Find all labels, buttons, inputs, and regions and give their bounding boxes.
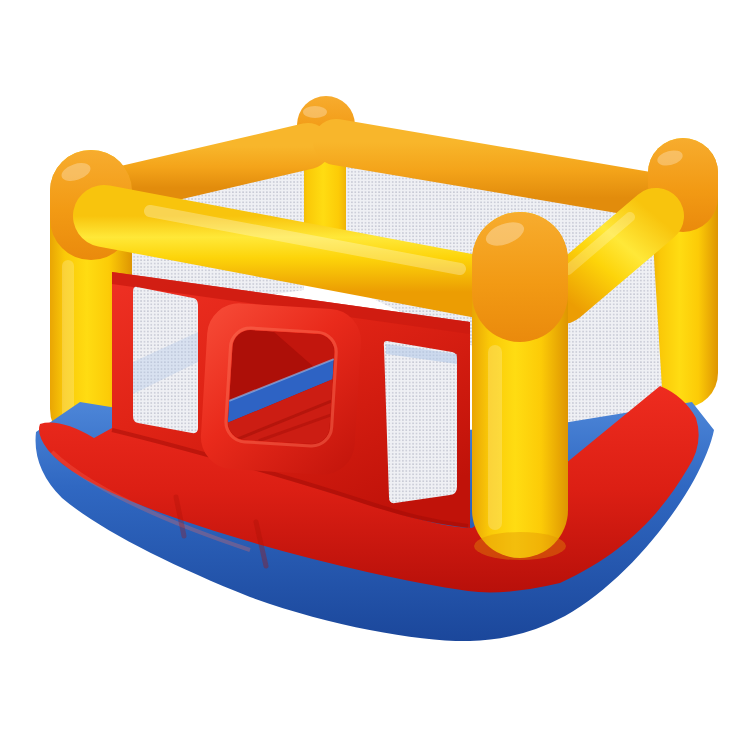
front-post [472,212,568,560]
right-mesh-panel [384,341,457,503]
bounce-house-illustration [0,0,750,750]
left-mesh-panel [133,287,198,433]
square-window-opening [199,301,363,476]
window-interior [227,329,336,445]
product-photo-stage [0,0,750,750]
